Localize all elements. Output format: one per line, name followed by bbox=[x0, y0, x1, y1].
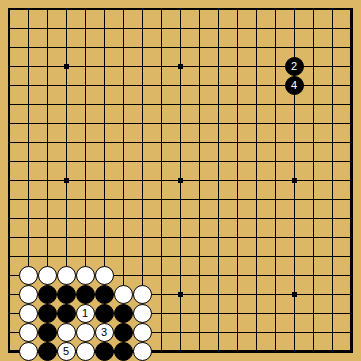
stone-white bbox=[19, 285, 38, 304]
move-number-label: 5 bbox=[63, 346, 69, 357]
stone-white bbox=[57, 323, 76, 342]
stone-white bbox=[38, 266, 57, 285]
move-number-label: 4 bbox=[291, 80, 297, 91]
stone-black bbox=[95, 285, 114, 304]
stone-black bbox=[38, 323, 57, 342]
move-number-label: 3 bbox=[101, 327, 107, 338]
stone-white bbox=[19, 266, 38, 285]
stone-black bbox=[38, 285, 57, 304]
stone-white bbox=[76, 342, 95, 361]
stone-black bbox=[38, 304, 57, 323]
stone-white bbox=[133, 342, 152, 361]
stone-white-numbered: 5 bbox=[57, 342, 76, 361]
stone-white bbox=[76, 323, 95, 342]
stone-white bbox=[133, 285, 152, 304]
stone-black bbox=[114, 342, 133, 361]
stone-white bbox=[19, 304, 38, 323]
stone-black bbox=[57, 285, 76, 304]
stone-black bbox=[114, 304, 133, 323]
stone-white bbox=[114, 285, 133, 304]
go-board: 13524 bbox=[0, 0, 361, 361]
stone-black-numbered: 4 bbox=[285, 76, 304, 95]
move-number-label: 1 bbox=[82, 308, 88, 319]
stone-black bbox=[57, 304, 76, 323]
stone-white bbox=[76, 266, 95, 285]
stone-black bbox=[114, 323, 133, 342]
stone-white bbox=[133, 323, 152, 342]
stone-white bbox=[19, 342, 38, 361]
stone-white-numbered: 1 bbox=[76, 304, 95, 323]
move-number-label: 2 bbox=[291, 61, 297, 72]
stone-black-numbered: 2 bbox=[285, 57, 304, 76]
stone-white bbox=[19, 323, 38, 342]
stone-white bbox=[95, 266, 114, 285]
stone-white-numbered: 3 bbox=[95, 323, 114, 342]
stone-black bbox=[76, 285, 95, 304]
stone-black bbox=[95, 342, 114, 361]
stone-black bbox=[38, 342, 57, 361]
stones-layer: 13524 bbox=[0, 0, 361, 361]
stone-white bbox=[133, 304, 152, 323]
stone-black bbox=[95, 304, 114, 323]
stone-white bbox=[57, 266, 76, 285]
